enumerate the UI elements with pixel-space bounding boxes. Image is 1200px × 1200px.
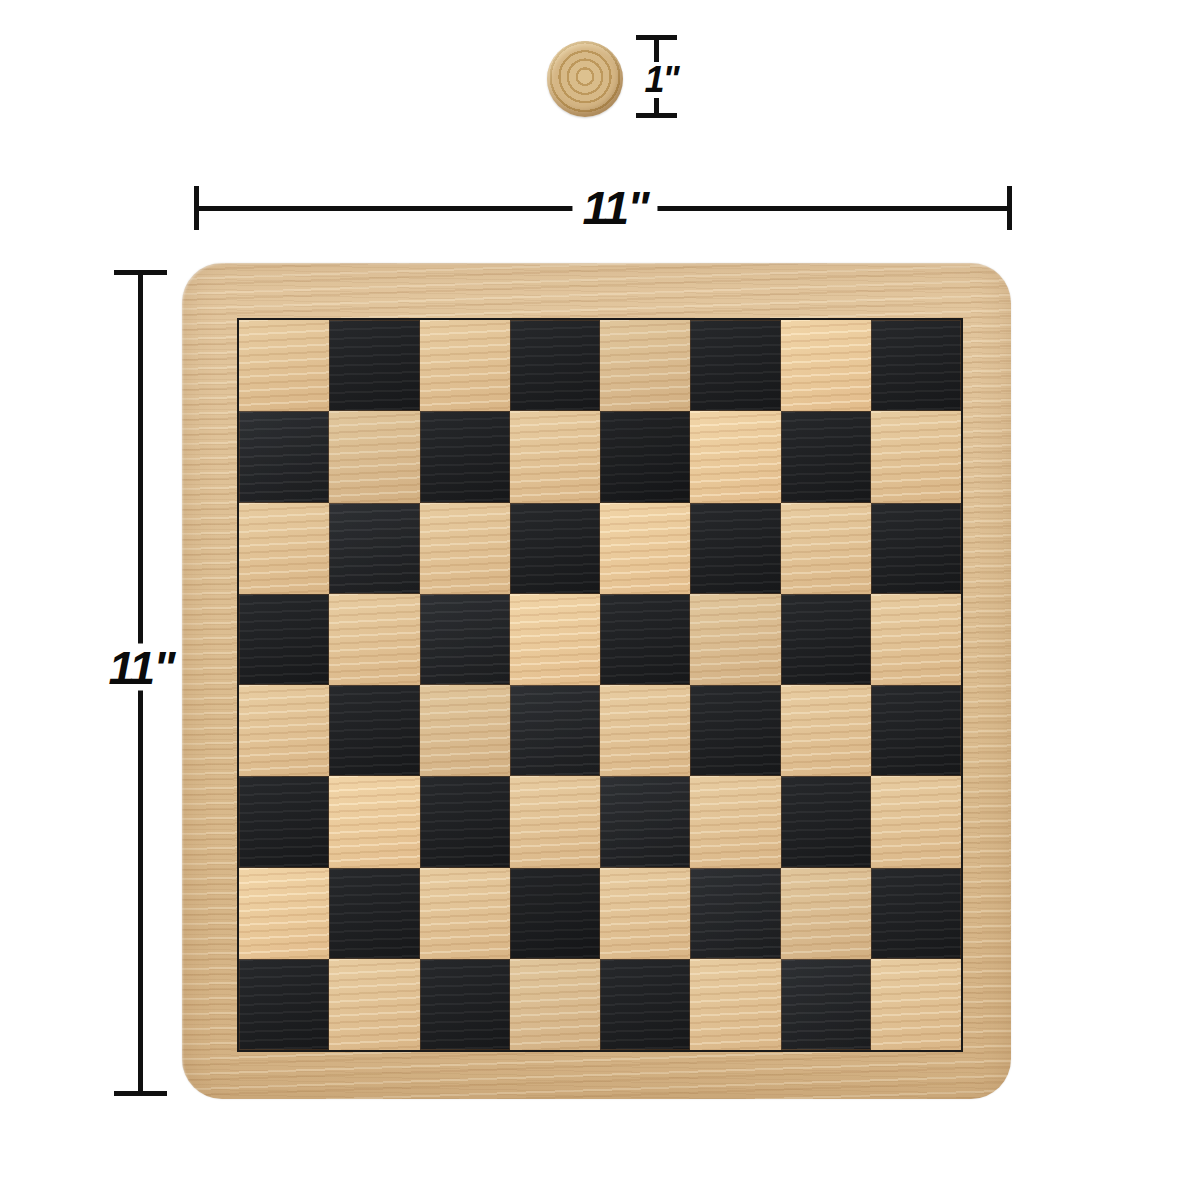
board-square-f7[interactable]	[690, 411, 780, 502]
board-square-e7[interactable]	[600, 411, 690, 502]
board-square-c2[interactable]	[420, 868, 510, 959]
board-square-g6[interactable]	[781, 503, 871, 594]
board-square-a6[interactable]	[239, 503, 329, 594]
board-square-b1[interactable]	[329, 959, 419, 1050]
board-square-e3[interactable]	[600, 776, 690, 867]
piece-dimension-bottom-tick	[636, 113, 677, 118]
page: 1" 11" 11"	[0, 0, 1200, 1200]
board-square-g8[interactable]	[781, 320, 871, 411]
piece-dimension-top-tick	[636, 35, 677, 40]
board-square-d8[interactable]	[510, 320, 600, 411]
board-square-c4[interactable]	[420, 685, 510, 776]
game-board	[182, 263, 1011, 1099]
board-square-b5[interactable]	[329, 594, 419, 685]
board-square-f1[interactable]	[690, 959, 780, 1050]
board-square-f4[interactable]	[690, 685, 780, 776]
board-square-h8[interactable]	[871, 320, 961, 411]
board-square-a7[interactable]	[239, 411, 329, 502]
width-dimension-label: 11"	[572, 184, 657, 231]
board-square-d1[interactable]	[510, 959, 600, 1050]
height-dimension-top-tick	[114, 270, 167, 275]
board-square-c6[interactable]	[420, 503, 510, 594]
board-square-e1[interactable]	[600, 959, 690, 1050]
board-square-c8[interactable]	[420, 320, 510, 411]
board-square-c5[interactable]	[420, 594, 510, 685]
board-square-h5[interactable]	[871, 594, 961, 685]
width-dimension-left-tick	[194, 186, 199, 230]
board-square-f5[interactable]	[690, 594, 780, 685]
board-square-g7[interactable]	[781, 411, 871, 502]
board-square-g2[interactable]	[781, 868, 871, 959]
board-square-g4[interactable]	[781, 685, 871, 776]
board-square-a4[interactable]	[239, 685, 329, 776]
board-square-b2[interactable]	[329, 868, 419, 959]
board-square-d5[interactable]	[510, 594, 600, 685]
board-square-e8[interactable]	[600, 320, 690, 411]
board-square-h7[interactable]	[871, 411, 961, 502]
board-square-d6[interactable]	[510, 503, 600, 594]
board-square-d3[interactable]	[510, 776, 600, 867]
board-square-e5[interactable]	[600, 594, 690, 685]
board-square-g5[interactable]	[781, 594, 871, 685]
board-square-f2[interactable]	[690, 868, 780, 959]
board-square-a5[interactable]	[239, 594, 329, 685]
board-square-c7[interactable]	[420, 411, 510, 502]
board-square-h2[interactable]	[871, 868, 961, 959]
board-square-a1[interactable]	[239, 959, 329, 1050]
board-square-f3[interactable]	[690, 776, 780, 867]
board-square-a8[interactable]	[239, 320, 329, 411]
board-square-h4[interactable]	[871, 685, 961, 776]
board-square-d7[interactable]	[510, 411, 600, 502]
board-square-d4[interactable]	[510, 685, 600, 776]
board-square-g3[interactable]	[781, 776, 871, 867]
board-square-h1[interactable]	[871, 959, 961, 1050]
board-square-h6[interactable]	[871, 503, 961, 594]
board-square-e4[interactable]	[600, 685, 690, 776]
board-square-h3[interactable]	[871, 776, 961, 867]
board-square-c1[interactable]	[420, 959, 510, 1050]
board-square-a2[interactable]	[239, 868, 329, 959]
checker-piece[interactable]	[547, 41, 623, 117]
width-dimension-right-tick	[1007, 186, 1012, 230]
height-dimension-bottom-tick	[114, 1091, 167, 1096]
board-square-b4[interactable]	[329, 685, 419, 776]
board-square-e6[interactable]	[600, 503, 690, 594]
height-dimension-label: 11"	[98, 644, 183, 691]
board-square-c3[interactable]	[420, 776, 510, 867]
board-square-b7[interactable]	[329, 411, 419, 502]
board-square-b8[interactable]	[329, 320, 419, 411]
piece-dimension-label: 1"	[639, 62, 682, 98]
board-square-g1[interactable]	[781, 959, 871, 1050]
board-square-f6[interactable]	[690, 503, 780, 594]
board-square-f8[interactable]	[690, 320, 780, 411]
board-grid	[237, 318, 963, 1052]
board-square-e2[interactable]	[600, 868, 690, 959]
board-square-d2[interactable]	[510, 868, 600, 959]
board-square-b6[interactable]	[329, 503, 419, 594]
board-square-b3[interactable]	[329, 776, 419, 867]
board-square-a3[interactable]	[239, 776, 329, 867]
